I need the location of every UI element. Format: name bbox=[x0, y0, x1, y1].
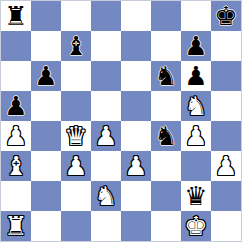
square-h5[interactable] bbox=[211, 91, 241, 121]
black-pawn[interactable]: ♟ bbox=[184, 31, 207, 61]
black-knight[interactable]: ♞ bbox=[154, 121, 177, 151]
white-rook[interactable]: ♜ bbox=[4, 211, 27, 241]
square-b3[interactable] bbox=[31, 151, 61, 181]
square-h8[interactable]: ♚ bbox=[211, 1, 241, 31]
square-h3[interactable]: ♟ bbox=[211, 151, 241, 181]
square-c4[interactable]: ♛ bbox=[61, 121, 91, 151]
square-b5[interactable] bbox=[31, 91, 61, 121]
square-a2[interactable] bbox=[1, 181, 31, 211]
white-pawn[interactable]: ♟ bbox=[214, 151, 237, 181]
square-h6[interactable] bbox=[211, 61, 241, 91]
square-b2[interactable] bbox=[31, 181, 61, 211]
white-knight[interactable]: ♞ bbox=[94, 181, 117, 211]
square-g7[interactable]: ♟ bbox=[181, 31, 211, 61]
black-pawn[interactable]: ♟ bbox=[34, 61, 57, 91]
black-pawn[interactable]: ♟ bbox=[4, 91, 27, 121]
square-d7[interactable] bbox=[91, 31, 121, 61]
square-d3[interactable] bbox=[91, 151, 121, 181]
square-d8[interactable] bbox=[91, 1, 121, 31]
square-g3[interactable] bbox=[181, 151, 211, 181]
black-bishop[interactable]: ♝ bbox=[64, 31, 87, 61]
square-c8[interactable] bbox=[61, 1, 91, 31]
square-a4[interactable]: ♟ bbox=[1, 121, 31, 151]
square-g5[interactable]: ♞ bbox=[181, 91, 211, 121]
black-queen[interactable]: ♛ bbox=[184, 181, 207, 211]
square-a8[interactable]: ♜ bbox=[1, 1, 31, 31]
black-knight[interactable]: ♞ bbox=[154, 61, 177, 91]
square-e4[interactable] bbox=[121, 121, 151, 151]
square-c7[interactable]: ♝ bbox=[61, 31, 91, 61]
square-f2[interactable] bbox=[151, 181, 181, 211]
white-pawn[interactable]: ♟ bbox=[124, 151, 147, 181]
square-c3[interactable]: ♟ bbox=[61, 151, 91, 181]
black-rook[interactable]: ♜ bbox=[4, 1, 27, 31]
square-a5[interactable]: ♟ bbox=[1, 91, 31, 121]
square-h7[interactable] bbox=[211, 31, 241, 61]
square-c1[interactable] bbox=[61, 211, 91, 241]
square-g8[interactable] bbox=[181, 1, 211, 31]
square-b8[interactable] bbox=[31, 1, 61, 31]
white-pawn[interactable]: ♟ bbox=[64, 151, 87, 181]
square-e1[interactable] bbox=[121, 211, 151, 241]
black-pawn[interactable]: ♟ bbox=[184, 61, 207, 91]
square-e3[interactable]: ♟ bbox=[121, 151, 151, 181]
white-pawn[interactable]: ♟ bbox=[184, 121, 207, 151]
square-f1[interactable] bbox=[151, 211, 181, 241]
square-e2[interactable] bbox=[121, 181, 151, 211]
square-d5[interactable] bbox=[91, 91, 121, 121]
square-e6[interactable] bbox=[121, 61, 151, 91]
square-a1[interactable]: ♜ bbox=[1, 211, 31, 241]
square-f7[interactable] bbox=[151, 31, 181, 61]
square-d1[interactable] bbox=[91, 211, 121, 241]
square-b1[interactable] bbox=[31, 211, 61, 241]
square-b7[interactable] bbox=[31, 31, 61, 61]
white-pawn[interactable]: ♟ bbox=[94, 121, 117, 151]
white-knight[interactable]: ♞ bbox=[184, 91, 207, 121]
square-e7[interactable] bbox=[121, 31, 151, 61]
square-e8[interactable] bbox=[121, 1, 151, 31]
square-d6[interactable] bbox=[91, 61, 121, 91]
square-c5[interactable] bbox=[61, 91, 91, 121]
square-a7[interactable] bbox=[1, 31, 31, 61]
square-b6[interactable]: ♟ bbox=[31, 61, 61, 91]
square-h1[interactable] bbox=[211, 211, 241, 241]
square-g4[interactable]: ♟ bbox=[181, 121, 211, 151]
square-f3[interactable] bbox=[151, 151, 181, 181]
square-c2[interactable] bbox=[61, 181, 91, 211]
square-b4[interactable] bbox=[31, 121, 61, 151]
square-e5[interactable] bbox=[121, 91, 151, 121]
square-g2[interactable]: ♛ bbox=[181, 181, 211, 211]
square-c6[interactable] bbox=[61, 61, 91, 91]
square-h4[interactable] bbox=[211, 121, 241, 151]
square-f6[interactable]: ♞ bbox=[151, 61, 181, 91]
square-f5[interactable] bbox=[151, 91, 181, 121]
square-a6[interactable] bbox=[1, 61, 31, 91]
white-pawn[interactable]: ♟ bbox=[4, 121, 27, 151]
white-king[interactable]: ♚ bbox=[184, 211, 207, 241]
chess-board: ♜♚♝♟♟♞♟♟♞♟♛♟♞♟♝♟♟♟♞♛♜♚ bbox=[0, 0, 242, 242]
square-h2[interactable] bbox=[211, 181, 241, 211]
square-d4[interactable]: ♟ bbox=[91, 121, 121, 151]
square-f4[interactable]: ♞ bbox=[151, 121, 181, 151]
square-d2[interactable]: ♞ bbox=[91, 181, 121, 211]
square-f8[interactable] bbox=[151, 1, 181, 31]
white-bishop[interactable]: ♝ bbox=[4, 151, 27, 181]
square-g1[interactable]: ♚ bbox=[181, 211, 211, 241]
black-king[interactable]: ♚ bbox=[214, 1, 237, 31]
square-a3[interactable]: ♝ bbox=[1, 151, 31, 181]
white-queen[interactable]: ♛ bbox=[64, 121, 87, 151]
square-g6[interactable]: ♟ bbox=[181, 61, 211, 91]
